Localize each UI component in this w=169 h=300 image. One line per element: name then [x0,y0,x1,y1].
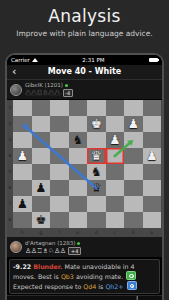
black-piece-e3[interactable]: ♞ [69,132,88,148]
square-a8[interactable] [143,212,162,228]
square-g2[interactable] [32,116,51,132]
square-d8[interactable] [87,212,106,228]
square-a3[interactable] [143,132,162,148]
phone-mockup: Carrier 2:31 PM ‹ Move 40 - White GibelK… [5,53,164,300]
square-e6[interactable] [69,180,88,196]
file-label-f: f [50,229,69,237]
player-row-black[interactable]: d'Artagnan (1283) ♙♙♖♗♘♙♙ +4 [7,237,162,258]
analysis-fragment: Best is [38,273,59,280]
square-d1[interactable] [87,100,106,116]
back-button[interactable]: ‹ [12,65,16,78]
square-b1[interactable] [124,100,143,116]
material-badge-black: +4 [68,247,80,255]
analysis-text: -9.22 Blunder. Mate unavoidable in 4 mov… [9,259,160,294]
rank-label-8: 8 [7,217,13,222]
square-e8[interactable] [69,212,88,228]
rank-label-5: 5 [7,169,13,174]
evaluation-graph[interactable] [7,295,162,300]
rank-label-6: 6 [7,185,13,190]
square-a1[interactable] [143,100,162,116]
square-a7[interactable] [143,196,162,212]
analysis-fragment: avoiding mate. [76,273,123,280]
nav-bar: ‹ Move 40 - White [7,65,162,80]
square-e3[interactable]: ♞ [69,132,88,148]
square-g8[interactable]: ♚ [32,212,51,228]
rank-label-2: 2 [7,121,13,126]
rank-label-3: 3 [7,137,13,142]
file-label-g: g [32,229,51,237]
square-c2[interactable] [106,116,125,132]
analysis-fragment: response to [44,283,81,290]
square-h2[interactable] [13,116,32,132]
captured-black-pieces: ♟♟♜♝♟♟ [25,89,60,97]
square-h6[interactable] [13,180,32,196]
square-c6[interactable] [106,180,125,196]
online-dot [77,242,80,245]
square-b3[interactable] [124,132,143,148]
caption-subtitle: Improve with plain language advice. [0,29,169,38]
square-g5[interactable] [32,164,51,180]
square-c7[interactable] [106,196,125,212]
square-c8[interactable] [106,212,125,228]
square-a5[interactable] [143,164,162,180]
status-bar: Carrier 2:31 PM [7,55,162,65]
square-f2[interactable] [50,116,69,132]
square-g1[interactable] [32,100,51,116]
square-f4[interactable] [50,148,69,164]
square-a2[interactable] [143,116,162,132]
square-b4[interactable] [124,148,143,164]
square-h4[interactable]: ♟ [13,148,32,164]
square-f8[interactable] [50,212,69,228]
square-d2[interactable]: ♚ [87,116,106,132]
app-store-caption: Analysis Improve with plain language adv… [0,0,169,38]
square-a6[interactable] [143,180,162,196]
online-dot [65,84,68,87]
material-badge-white: -4 [63,89,73,97]
file-label-d: d [87,229,106,237]
square-f1[interactable] [50,100,69,116]
white-player-name: GibelK (1201) [25,82,63,89]
square-d4[interactable]: ♛ [87,148,106,164]
square-d7[interactable] [87,196,106,212]
square-g4[interactable] [32,148,51,164]
rank-label-7: 7 [7,201,13,206]
black-player-name: d'Artagnan (1283) [25,240,75,247]
square-h5[interactable] [13,164,32,180]
black-piece-h7[interactable]: ♟ [13,196,32,212]
show-response-button[interactable] [127,281,137,290]
eval-score: -9.22 [13,263,31,270]
file-label-h: h [13,229,32,237]
square-d5[interactable]: ♞ [87,164,106,180]
square-b7[interactable] [124,196,143,212]
player-row-white[interactable]: GibelK (1201) ♟♟♜♝♟♟ -4 [7,80,162,100]
file-label-b: b [124,229,143,237]
analysis-fragment: is [98,283,103,290]
square-e2[interactable] [69,116,88,132]
square-h8[interactable] [13,212,32,228]
file-label-c: c [106,229,125,237]
white-piece-a4[interactable]: ♟ [143,148,162,164]
rank-label-4: 4 [7,153,13,158]
black-piece-d6[interactable]: ♛ [87,180,106,196]
square-c4[interactable] [106,148,125,164]
square-h1[interactable] [13,100,32,116]
wifi-icon [32,58,38,62]
square-b5[interactable] [124,164,143,180]
square-e4[interactable] [69,148,88,164]
square-h7[interactable]: ♟ [13,196,32,212]
square-e1[interactable] [69,100,88,116]
show-best-move-button[interactable] [126,271,136,280]
board-frame: ♚♟♞♟♟♛♟♞♟♛♟♚ 12345678hgfedcba [7,100,162,237]
square-h3[interactable] [13,132,32,148]
square-c1[interactable] [106,100,125,116]
chess-board[interactable]: ♚♟♞♟♟♛♟♞♟♛♟♚ [13,100,161,228]
analysis-fragment: Expected [13,283,42,290]
page-title: Move 40 - White [7,65,162,79]
white-piece-c3[interactable]: ♟ [106,132,125,148]
black-piece-g8[interactable]: ♚ [32,212,51,228]
avatar-white [10,84,22,96]
white-piece-b2[interactable]: ♟ [124,116,143,132]
file-label-e: e [69,229,88,237]
square-b8[interactable] [124,212,143,228]
avatar-black [10,241,22,253]
rank-label-1: 1 [7,105,13,110]
battery-icon [149,58,158,62]
square-g6[interactable]: ♟ [32,180,51,196]
carrier-label: Carrier [11,57,30,63]
square-e7[interactable] [69,196,88,212]
square-f7[interactable] [50,196,69,212]
expected-response-move: Qh2+ [105,283,123,290]
square-d6[interactable]: ♛ [87,180,106,196]
square-f6[interactable] [50,180,69,196]
square-c5[interactable] [106,164,125,180]
captured-white-pieces: ♙♙♖♗♘♙♙ [25,247,65,255]
white-piece-h4[interactable]: ♟ [13,148,32,164]
best-move: Qb3 [61,273,74,280]
move-classification: Blunder. [33,263,62,270]
square-d3[interactable] [87,132,106,148]
square-f3[interactable] [50,132,69,148]
square-g7[interactable] [32,196,51,212]
square-g3[interactable] [32,132,51,148]
white-piece-d4[interactable]: ♛ [87,148,106,164]
square-e5[interactable] [69,164,88,180]
square-c3[interactable]: ♟ [106,132,125,148]
black-piece-d5[interactable]: ♞ [87,164,106,180]
clock: 2:31 PM [82,57,104,63]
white-piece-d2[interactable]: ♚ [87,116,106,132]
square-a4[interactable]: ♟ [143,148,162,164]
square-b2[interactable]: ♟ [124,116,143,132]
caption-title: Analysis [0,0,169,26]
played-move: Qd4 [83,283,96,290]
square-f5[interactable] [50,164,69,180]
file-label-a: a [143,229,162,237]
square-b6[interactable] [124,180,143,196]
black-piece-g6[interactable]: ♟ [32,180,51,196]
